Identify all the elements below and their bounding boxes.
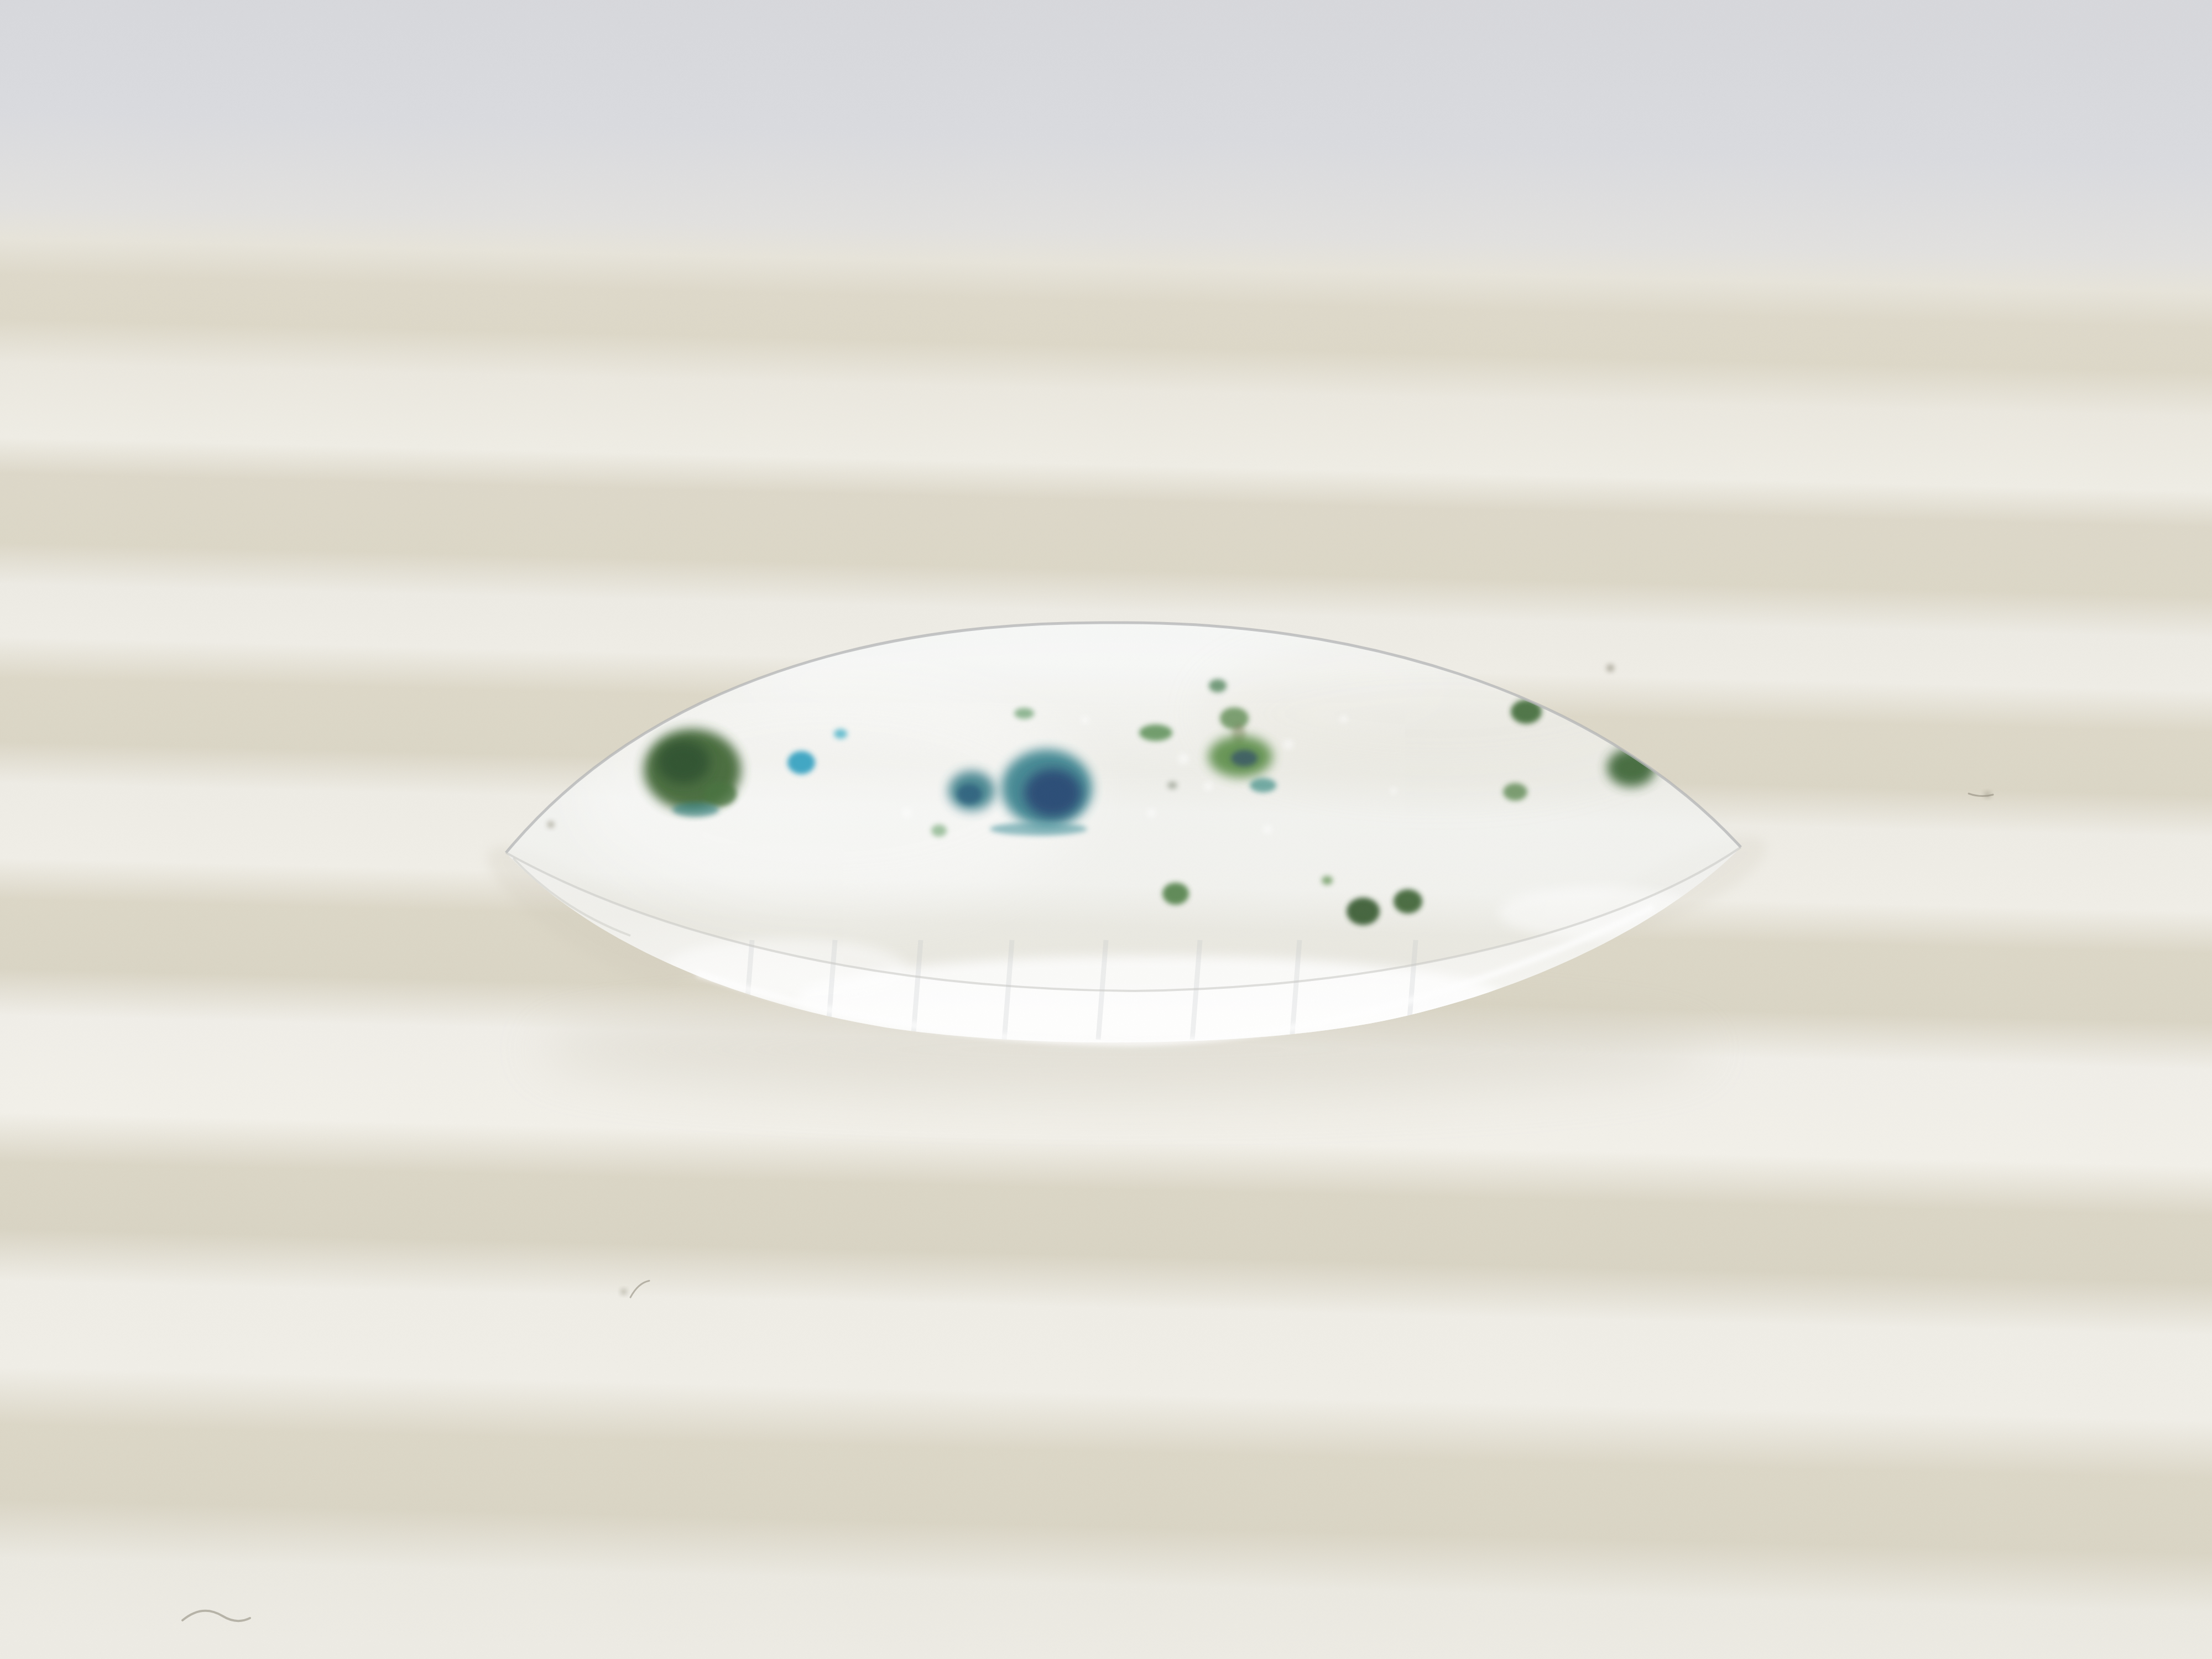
gemstone-svg — [0, 0, 2212, 1659]
photo-of-gemstone — [0, 0, 2212, 1659]
film-grain-overlay — [0, 0, 2212, 1659]
